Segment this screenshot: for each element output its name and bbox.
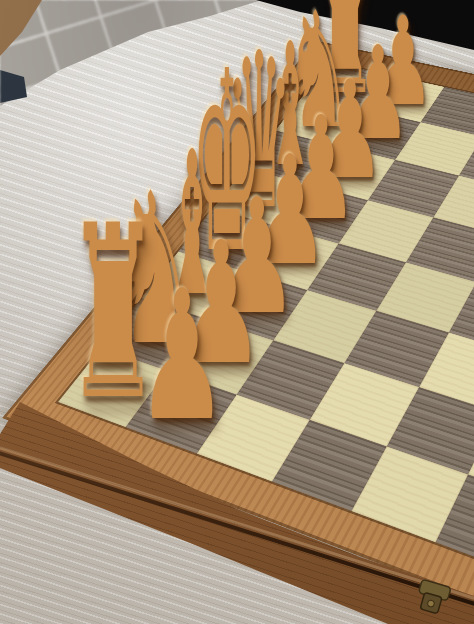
scene: ♜♞♝♛♚♝♞♜♟♟♟♟♟♟♟♟ [0, 0, 474, 624]
clasp-icon [406, 576, 460, 624]
